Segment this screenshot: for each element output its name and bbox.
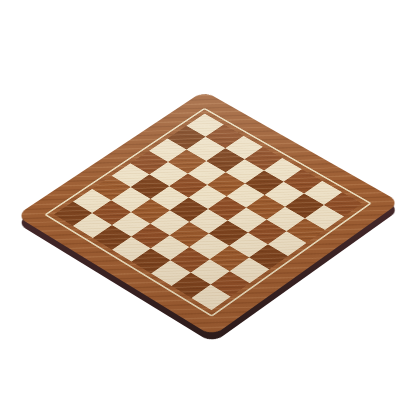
chessboard xyxy=(67,68,348,349)
product-photo-background xyxy=(0,0,416,416)
board-top-surface xyxy=(16,91,400,336)
playing-field xyxy=(54,114,362,311)
